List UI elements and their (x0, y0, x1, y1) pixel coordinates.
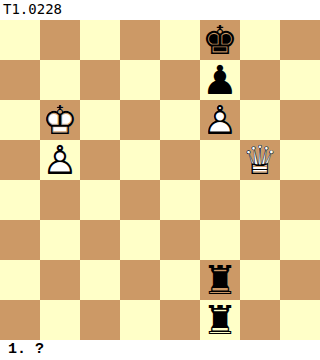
white-pawn-fill: ♟ (200, 100, 240, 140)
square-g1[interactable] (240, 300, 280, 340)
square-f6[interactable]: ♟♙ (200, 100, 240, 140)
square-g4[interactable] (240, 180, 280, 220)
square-c4[interactable] (80, 180, 120, 220)
square-e4[interactable] (160, 180, 200, 220)
square-f4[interactable] (200, 180, 240, 220)
square-g6[interactable] (240, 100, 280, 140)
black-rook[interactable]: ♜ (200, 300, 240, 340)
square-g3[interactable] (240, 220, 280, 260)
white-king-fill: ♚ (40, 100, 80, 140)
move-prompt-label: 1. ? (8, 341, 44, 359)
square-e1[interactable] (160, 300, 200, 340)
square-e6[interactable] (160, 100, 200, 140)
square-d2[interactable] (120, 260, 160, 300)
square-h3[interactable] (280, 220, 320, 260)
square-b4[interactable] (40, 180, 80, 220)
square-f1[interactable]: ♜ (200, 300, 240, 340)
square-a6[interactable] (0, 100, 40, 140)
square-d8[interactable] (120, 20, 160, 60)
square-c8[interactable] (80, 20, 120, 60)
square-c1[interactable] (80, 300, 120, 340)
square-h5[interactable] (280, 140, 320, 180)
square-a2[interactable] (0, 260, 40, 300)
puzzle-id-label: T1.0228 (3, 1, 62, 17)
black-king[interactable]: ♚ (200, 20, 240, 60)
square-d7[interactable] (120, 60, 160, 100)
square-b7[interactable] (40, 60, 80, 100)
square-h6[interactable] (280, 100, 320, 140)
white-pawn-fill: ♟ (40, 140, 80, 180)
square-h4[interactable] (280, 180, 320, 220)
square-c3[interactable] (80, 220, 120, 260)
square-f2[interactable]: ♜ (200, 260, 240, 300)
square-d6[interactable] (120, 100, 160, 140)
square-e8[interactable] (160, 20, 200, 60)
square-f3[interactable] (200, 220, 240, 260)
square-f8[interactable]: ♚ (200, 20, 240, 60)
square-a4[interactable] (0, 180, 40, 220)
square-a8[interactable] (0, 20, 40, 60)
black-pawn[interactable]: ♟ (200, 60, 240, 100)
square-c7[interactable] (80, 60, 120, 100)
black-rook[interactable]: ♜ (200, 260, 240, 300)
square-b5[interactable]: ♟♙ (40, 140, 80, 180)
square-h1[interactable] (280, 300, 320, 340)
square-h8[interactable] (280, 20, 320, 60)
square-e5[interactable] (160, 140, 200, 180)
square-e7[interactable] (160, 60, 200, 100)
square-c6[interactable] (80, 100, 120, 140)
square-a1[interactable] (0, 300, 40, 340)
square-g7[interactable] (240, 60, 280, 100)
square-c5[interactable] (80, 140, 120, 180)
white-queen[interactable]: ♕ (240, 140, 280, 180)
square-d5[interactable] (120, 140, 160, 180)
square-b2[interactable] (40, 260, 80, 300)
chess-board: ♚♟♚♔♟♙♟♙♛♕♜♜ (0, 20, 320, 340)
white-king[interactable]: ♔ (40, 100, 80, 140)
square-g2[interactable] (240, 260, 280, 300)
square-f7[interactable]: ♟ (200, 60, 240, 100)
white-pawn[interactable]: ♙ (200, 100, 240, 140)
square-c2[interactable] (80, 260, 120, 300)
square-b8[interactable] (40, 20, 80, 60)
square-g8[interactable] (240, 20, 280, 60)
square-h7[interactable] (280, 60, 320, 100)
square-b1[interactable] (40, 300, 80, 340)
square-a3[interactable] (0, 220, 40, 260)
square-e2[interactable] (160, 260, 200, 300)
square-d4[interactable] (120, 180, 160, 220)
white-pawn[interactable]: ♙ (40, 140, 80, 180)
square-d1[interactable] (120, 300, 160, 340)
white-queen-fill: ♛ (240, 140, 280, 180)
square-g5[interactable]: ♛♕ (240, 140, 280, 180)
square-f5[interactable] (200, 140, 240, 180)
square-a5[interactable] (0, 140, 40, 180)
chess-puzzle-window: T1.0228 ♚♟♚♔♟♙♟♙♛♕♜♜ 1. ? (0, 0, 320, 360)
square-b6[interactable]: ♚♔ (40, 100, 80, 140)
square-d3[interactable] (120, 220, 160, 260)
square-e3[interactable] (160, 220, 200, 260)
square-h2[interactable] (280, 260, 320, 300)
square-b3[interactable] (40, 220, 80, 260)
square-a7[interactable] (0, 60, 40, 100)
